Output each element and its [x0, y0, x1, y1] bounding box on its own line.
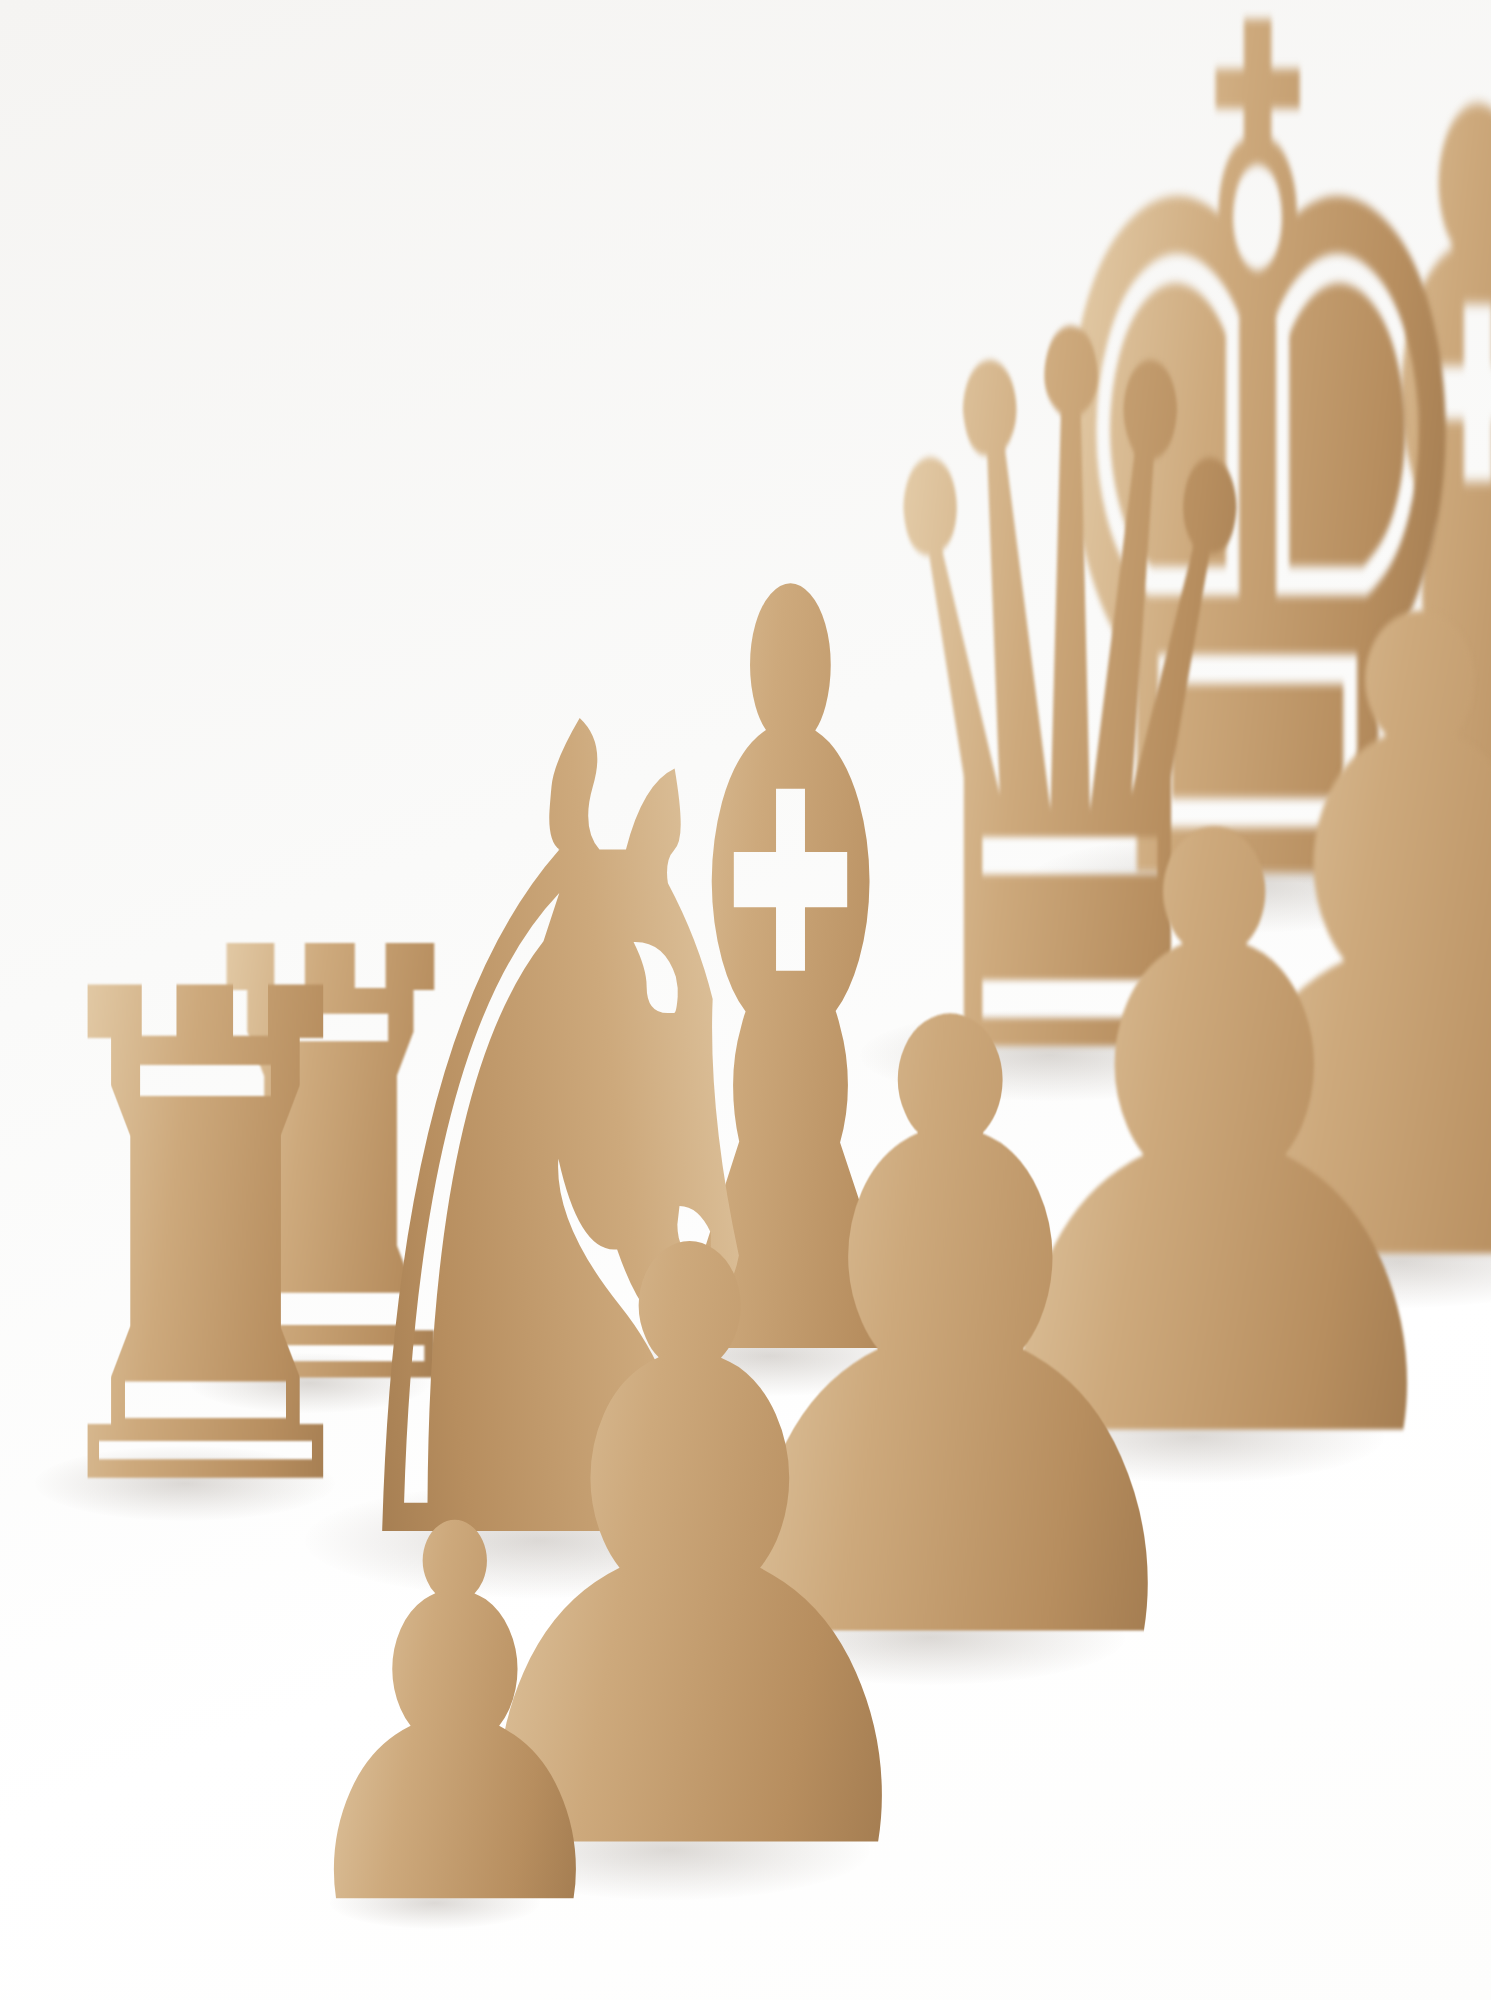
photo-scene: ♜♜♞♟♟♝♟♛♟♚♟♝	[0, 0, 1491, 2000]
chess-piece-pawn-small: ♟	[253, 1460, 657, 1978]
